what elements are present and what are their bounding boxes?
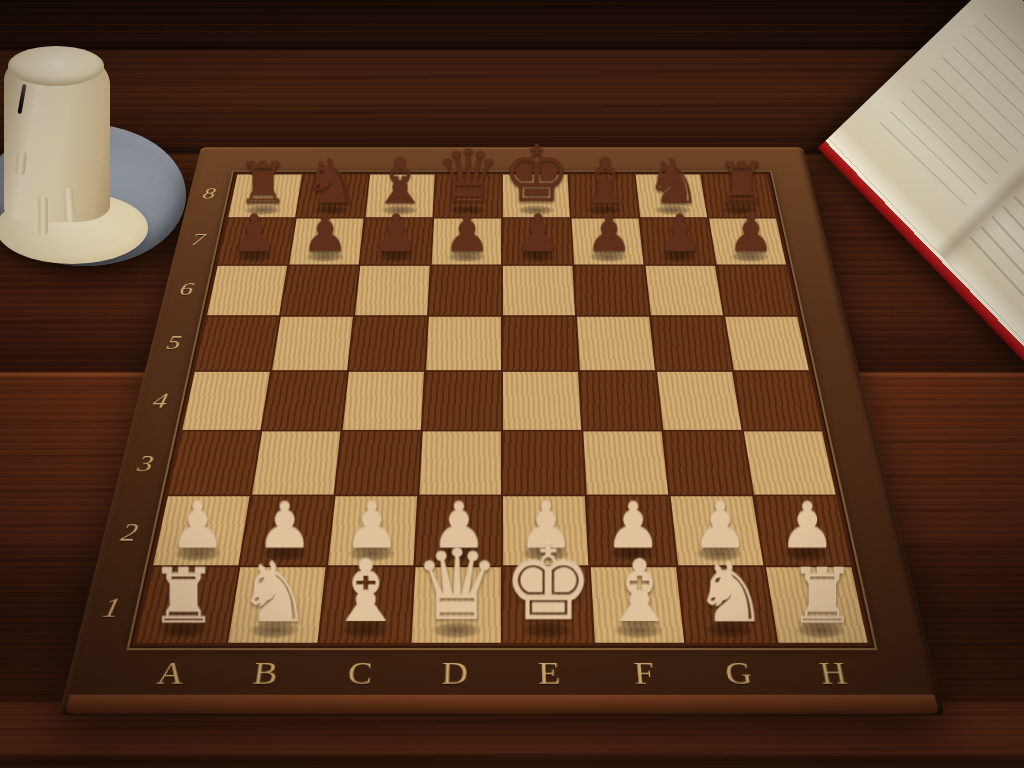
- square-h3[interactable]: [744, 431, 836, 494]
- square-a1[interactable]: ♜: [136, 567, 238, 643]
- square-e3[interactable]: [503, 431, 585, 494]
- square-f4[interactable]: [580, 372, 661, 430]
- square-g6[interactable]: [646, 266, 723, 316]
- square-a4[interactable]: [182, 372, 270, 430]
- file-label-b: B: [214, 648, 315, 697]
- white-king[interactable]: ♚: [502, 532, 593, 634]
- square-c6[interactable]: [355, 266, 430, 316]
- square-b4[interactable]: [262, 372, 346, 430]
- square-a6[interactable]: [207, 266, 287, 316]
- square-d7[interactable]: ♟: [432, 218, 501, 264]
- square-h6[interactable]: [717, 266, 797, 316]
- black-king[interactable]: ♚: [502, 136, 571, 212]
- square-d3[interactable]: [419, 431, 501, 494]
- black-pawn[interactable]: ♟: [301, 208, 347, 260]
- square-g1[interactable]: ♞: [678, 567, 776, 643]
- candle-drip: [38, 196, 48, 236]
- file-label-e: E: [502, 648, 598, 697]
- square-f5[interactable]: [577, 317, 655, 371]
- square-g4[interactable]: [657, 372, 741, 430]
- square-e7[interactable]: ♟: [503, 218, 572, 264]
- file-labels: ABCDEFGH: [118, 648, 885, 697]
- square-g3[interactable]: [664, 431, 752, 494]
- file-label-h: H: [782, 648, 886, 697]
- file-label-a: A: [118, 648, 222, 697]
- book: [818, 0, 1024, 371]
- square-e4[interactable]: [503, 372, 581, 430]
- white-pawn[interactable]: ♟: [169, 494, 226, 557]
- board-grid: ♜♞♝♛♚♝♞♜♟♟♟♟♟♟♟♟♟♟♟♟♟♟♟♟♜♞♝♛♚♝♞♜: [129, 172, 874, 648]
- black-queen[interactable]: ♛: [435, 140, 500, 213]
- square-b5[interactable]: [272, 317, 353, 371]
- black-pawn[interactable]: ♟: [231, 208, 277, 260]
- black-pawn[interactable]: ♟: [727, 208, 773, 260]
- white-bishop[interactable]: ♝: [601, 549, 677, 634]
- square-f1[interactable]: ♝: [591, 567, 684, 643]
- square-h1[interactable]: ♜: [766, 567, 868, 643]
- square-e6[interactable]: [503, 266, 575, 316]
- white-rook[interactable]: ♜: [787, 558, 855, 634]
- black-pawn[interactable]: ♟: [585, 208, 631, 260]
- square-c4[interactable]: [343, 372, 424, 430]
- square-e1[interactable]: ♚: [503, 567, 592, 643]
- square-h5[interactable]: [725, 317, 809, 371]
- candle-top: [8, 46, 104, 86]
- square-b6[interactable]: [281, 266, 358, 316]
- square-d6[interactable]: [429, 266, 501, 316]
- square-g7[interactable]: ♟: [640, 218, 714, 264]
- white-knight[interactable]: ♞: [693, 551, 767, 634]
- square-a3[interactable]: [168, 431, 260, 494]
- black-pawn[interactable]: ♟: [443, 208, 489, 260]
- square-d4[interactable]: [423, 372, 501, 430]
- square-d5[interactable]: [426, 317, 501, 371]
- square-a5[interactable]: [195, 317, 279, 371]
- black-pawn[interactable]: ♟: [514, 208, 560, 260]
- square-d1[interactable]: ♛: [411, 567, 500, 643]
- board-front-edge: [65, 695, 939, 714]
- chess-board: 87654321 ABCDEFGH ♜♞♝♛♚♝♞♜♟♟♟♟♟♟♟♟♟♟♟♟♟♟…: [59, 147, 946, 715]
- file-label-c: C: [310, 648, 409, 697]
- white-knight[interactable]: ♞: [237, 551, 311, 634]
- square-b7[interactable]: ♟: [289, 218, 363, 264]
- black-pawn[interactable]: ♟: [656, 208, 702, 260]
- file-label-d: D: [406, 648, 502, 697]
- file-label-f: F: [595, 648, 694, 697]
- chess-game-scene: 87654321 ABCDEFGH ♜♞♝♛♚♝♞♜♟♟♟♟♟♟♟♟♟♟♟♟♟♟…: [0, 0, 1024, 768]
- black-pawn[interactable]: ♟: [372, 208, 418, 260]
- square-c5[interactable]: [349, 317, 427, 371]
- square-c7[interactable]: ♟: [360, 218, 432, 264]
- square-c3[interactable]: [336, 431, 421, 494]
- white-pawn[interactable]: ♟: [778, 494, 835, 557]
- square-a7[interactable]: ♟: [218, 218, 295, 264]
- square-h7[interactable]: ♟: [709, 218, 786, 264]
- square-f6[interactable]: [574, 266, 649, 316]
- square-f7[interactable]: ♟: [572, 218, 644, 264]
- square-c1[interactable]: ♝: [320, 567, 413, 643]
- white-rook[interactable]: ♜: [149, 558, 217, 634]
- square-e5[interactable]: [503, 317, 578, 371]
- white-queen[interactable]: ♛: [413, 537, 500, 634]
- square-h4[interactable]: [734, 372, 822, 430]
- white-bishop[interactable]: ♝: [327, 549, 403, 634]
- file-label-g: G: [688, 648, 789, 697]
- square-g5[interactable]: [651, 317, 732, 371]
- square-b3[interactable]: [252, 431, 340, 494]
- square-b1[interactable]: ♞: [228, 567, 326, 643]
- square-f3[interactable]: [583, 431, 668, 494]
